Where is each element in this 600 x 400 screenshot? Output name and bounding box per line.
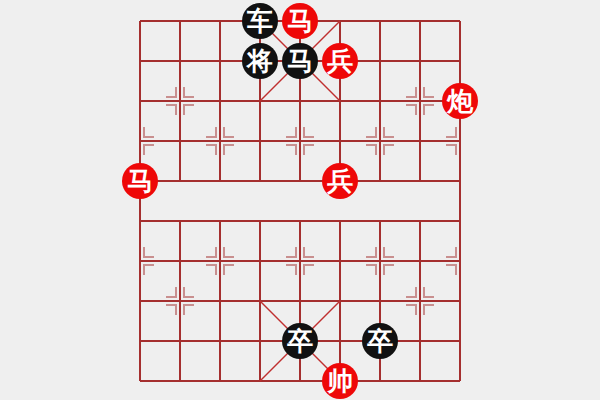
piece-black-soldier-1[interactable]: 卒 [282, 323, 318, 359]
piece-black-horse[interactable]: 马 [282, 43, 318, 79]
piece-red-cannon[interactable]: 炮 [442, 83, 478, 119]
piece-black-chariot[interactable]: 车 [242, 3, 278, 39]
xiangqi-board: 车马将马兵炮马兵卒卒帅 [0, 0, 600, 400]
piece-red-horse-1[interactable]: 马 [282, 3, 318, 39]
piece-red-soldier-2[interactable]: 兵 [322, 163, 358, 199]
piece-red-general[interactable]: 帅 [322, 363, 358, 399]
piece-black-general[interactable]: 将 [242, 43, 278, 79]
piece-red-horse-2[interactable]: 马 [122, 163, 158, 199]
piece-black-soldier-2[interactable]: 卒 [362, 323, 398, 359]
pieces-layer: 车马将马兵炮马兵卒卒帅 [0, 0, 600, 400]
piece-red-soldier-1[interactable]: 兵 [322, 43, 358, 79]
